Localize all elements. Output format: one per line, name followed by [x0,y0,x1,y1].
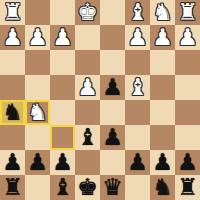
square-d7[interactable] [100,150,125,175]
black-pawn-piece[interactable]: ♟ [102,75,123,100]
square-c6[interactable] [125,125,150,150]
square-c8[interactable] [125,175,150,200]
square-f2[interactable]: ♟ [50,25,75,50]
black-pawn-piece[interactable]: ♟ [27,150,48,175]
square-f3[interactable] [50,50,75,75]
black-pawn-piece[interactable]: ♟ [52,150,73,175]
square-a2[interactable]: ♟ [175,25,200,50]
white-bishop-piece[interactable]: ♝ [127,75,148,100]
square-g4[interactable] [25,75,50,100]
white-king-piece[interactable]: ♚ [77,0,98,25]
square-c3[interactable] [125,50,150,75]
white-knight-piece[interactable]: ♞ [27,100,48,125]
white-pawn-piece[interactable]: ♟ [2,25,23,50]
square-f4[interactable] [50,75,75,100]
square-e2[interactable] [75,25,100,50]
square-f7[interactable]: ♟ [50,150,75,175]
white-pawn-piece[interactable]: ♟ [177,25,198,50]
square-b7[interactable]: ♟ [150,150,175,175]
square-g8[interactable] [25,175,50,200]
black-knight-piece[interactable]: ♞ [2,100,23,125]
square-c7[interactable]: ♟ [125,150,150,175]
square-b6[interactable] [150,125,175,150]
black-pawn-piece[interactable]: ♟ [127,150,148,175]
white-rook-piece[interactable]: ♜ [177,0,198,25]
white-knight-piece[interactable]: ♞ [152,0,173,25]
square-d8[interactable]: ♛ [100,175,125,200]
black-bishop-piece[interactable]: ♝ [52,175,73,200]
square-d3[interactable] [100,50,125,75]
black-pawn-piece[interactable]: ♟ [2,150,23,175]
square-a8[interactable]: ♜ [175,175,200,200]
square-a5[interactable] [175,100,200,125]
square-b8[interactable]: ♞ [150,175,175,200]
black-bishop-piece[interactable]: ♝ [77,125,98,150]
white-pawn-piece[interactable]: ♟ [152,25,173,50]
square-h5[interactable]: ♞ [0,100,25,125]
square-b4[interactable] [150,75,175,100]
white-pawn-piece[interactable]: ♟ [77,75,98,100]
square-d2[interactable] [100,25,125,50]
square-d4[interactable]: ♟ [100,75,125,100]
black-rook-piece[interactable]: ♜ [177,175,198,200]
square-f5[interactable] [50,100,75,125]
square-c2[interactable]: ♟ [125,25,150,50]
chess-board: ♜♚♝♞♜♟♟♟♟♟♟♟♟♝♞♞♝♟♟♟♟♟♟♟♜♝♚♛♞♜ [0,0,200,200]
square-b3[interactable] [150,50,175,75]
square-f8[interactable]: ♝ [50,175,75,200]
square-b5[interactable] [150,100,175,125]
square-c5[interactable] [125,100,150,125]
white-pawn-piece[interactable]: ♟ [127,25,148,50]
square-e8[interactable]: ♚ [75,175,100,200]
white-bishop-piece[interactable]: ♝ [127,0,148,25]
square-a1[interactable]: ♜ [175,0,200,25]
white-rook-piece[interactable]: ♜ [2,0,23,25]
square-e1[interactable]: ♚ [75,0,100,25]
square-g5[interactable]: ♞ [25,100,50,125]
square-d6[interactable]: ♟ [100,125,125,150]
square-g2[interactable]: ♟ [25,25,50,50]
square-h1[interactable]: ♜ [0,0,25,25]
square-g3[interactable] [25,50,50,75]
square-f6[interactable] [50,125,75,150]
square-e3[interactable] [75,50,100,75]
white-pawn-piece[interactable]: ♟ [52,25,73,50]
black-rook-piece[interactable]: ♜ [2,175,23,200]
black-king-piece[interactable]: ♚ [77,175,98,200]
square-g7[interactable]: ♟ [25,150,50,175]
square-h3[interactable] [0,50,25,75]
square-h4[interactable] [0,75,25,100]
square-a6[interactable] [175,125,200,150]
square-f1[interactable] [50,0,75,25]
square-a7[interactable]: ♟ [175,150,200,175]
black-knight-piece[interactable]: ♞ [152,175,173,200]
square-b2[interactable]: ♟ [150,25,175,50]
white-pawn-piece[interactable]: ♟ [27,25,48,50]
square-e4[interactable]: ♟ [75,75,100,100]
square-h2[interactable]: ♟ [0,25,25,50]
square-g6[interactable] [25,125,50,150]
square-e5[interactable] [75,100,100,125]
square-d1[interactable] [100,0,125,25]
black-pawn-piece[interactable]: ♟ [102,125,123,150]
black-pawn-piece[interactable]: ♟ [152,150,173,175]
black-queen-piece[interactable]: ♛ [102,175,123,200]
square-c4[interactable]: ♝ [125,75,150,100]
square-e7[interactable] [75,150,100,175]
square-b1[interactable]: ♞ [150,0,175,25]
black-pawn-piece[interactable]: ♟ [177,150,198,175]
square-d5[interactable] [100,100,125,125]
square-e6[interactable]: ♝ [75,125,100,150]
square-a4[interactable] [175,75,200,100]
square-h7[interactable]: ♟ [0,150,25,175]
square-a3[interactable] [175,50,200,75]
square-g1[interactable] [25,0,50,25]
square-c1[interactable]: ♝ [125,0,150,25]
square-h8[interactable]: ♜ [0,175,25,200]
square-h6[interactable] [0,125,25,150]
